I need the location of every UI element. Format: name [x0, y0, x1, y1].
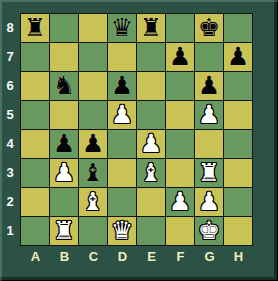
- square-e4[interactable]: ♟: [137, 130, 165, 158]
- square-g6[interactable]: ♟: [195, 72, 223, 100]
- square-a7[interactable]: [21, 43, 49, 71]
- piece-white-pawn: ♟: [111, 101, 133, 129]
- square-f2[interactable]: ♟: [166, 188, 194, 216]
- piece-black-pawn: ♟: [111, 72, 133, 100]
- square-d5[interactable]: ♟: [108, 101, 136, 129]
- square-c5[interactable]: [79, 101, 107, 129]
- piece-black-pawn: ♟: [53, 130, 75, 158]
- square-c6[interactable]: [79, 72, 107, 100]
- file-labels: ABCDEFGH: [21, 249, 253, 264]
- piece-black-pawn: ♟: [227, 43, 249, 71]
- square-b6[interactable]: ♞: [50, 72, 78, 100]
- square-b7[interactable]: [50, 43, 78, 71]
- square-e5[interactable]: [137, 101, 165, 129]
- square-g5[interactable]: ♟: [195, 101, 223, 129]
- square-g4[interactable]: [195, 130, 223, 158]
- square-b8[interactable]: [50, 14, 78, 42]
- square-d3[interactable]: [108, 159, 136, 187]
- square-a8[interactable]: ♜: [21, 14, 49, 42]
- file-label-d: D: [108, 249, 137, 264]
- file-label-g: G: [195, 249, 224, 264]
- square-a1[interactable]: [21, 217, 49, 245]
- piece-black-pawn: ♟: [169, 43, 191, 71]
- square-c2[interactable]: ♝: [79, 188, 107, 216]
- square-f5[interactable]: [166, 101, 194, 129]
- square-g2[interactable]: ♟: [195, 188, 223, 216]
- piece-black-rook: ♜: [140, 14, 162, 42]
- file-label-h: H: [224, 249, 253, 264]
- square-c8[interactable]: [79, 14, 107, 42]
- square-g7[interactable]: [195, 43, 223, 71]
- square-a4[interactable]: [21, 130, 49, 158]
- piece-white-queen: ♛: [111, 217, 133, 245]
- piece-black-rook: ♜: [24, 14, 46, 42]
- square-b2[interactable]: [50, 188, 78, 216]
- piece-white-pawn: ♟: [198, 188, 220, 216]
- square-f1[interactable]: [166, 217, 194, 245]
- file-label-f: F: [166, 249, 195, 264]
- square-c4[interactable]: ♟: [79, 130, 107, 158]
- square-g1[interactable]: ♚: [195, 217, 223, 245]
- square-h4[interactable]: [224, 130, 252, 158]
- piece-white-bishop: ♝: [140, 159, 162, 187]
- piece-white-rook: ♜: [53, 217, 75, 245]
- piece-white-pawn: ♟: [140, 130, 162, 158]
- chess-board: ♜♛♜♚♟♟♞♟♟♟♟♟♟♟♟♝♝♜♝♟♟♜♛♚: [20, 13, 253, 246]
- square-h2[interactable]: [224, 188, 252, 216]
- square-a3[interactable]: [21, 159, 49, 187]
- file-label-a: A: [21, 249, 50, 264]
- square-b5[interactable]: [50, 101, 78, 129]
- board-area: 87654321 ♜♛♜♚♟♟♞♟♟♟♟♟♟♟♟♝♝♜♝♟♟♜♛♚: [0, 13, 253, 246]
- rank-label-7: 7: [0, 42, 20, 71]
- piece-black-pawn: ♟: [82, 130, 104, 158]
- square-d2[interactable]: [108, 188, 136, 216]
- piece-black-king: ♚: [198, 14, 220, 42]
- piece-white-rook: ♜: [198, 159, 220, 187]
- piece-white-bishop: ♝: [82, 188, 104, 216]
- piece-white-pawn: ♟: [53, 159, 75, 187]
- square-d4[interactable]: [108, 130, 136, 158]
- square-f4[interactable]: [166, 130, 194, 158]
- square-h7[interactable]: ♟: [224, 43, 252, 71]
- square-e3[interactable]: ♝: [137, 159, 165, 187]
- piece-white-king: ♚: [198, 217, 220, 245]
- square-e8[interactable]: ♜: [137, 14, 165, 42]
- square-d1[interactable]: ♛: [108, 217, 136, 245]
- square-h6[interactable]: [224, 72, 252, 100]
- square-g3[interactable]: ♜: [195, 159, 223, 187]
- square-e1[interactable]: [137, 217, 165, 245]
- square-b4[interactable]: ♟: [50, 130, 78, 158]
- square-a6[interactable]: [21, 72, 49, 100]
- square-h5[interactable]: [224, 101, 252, 129]
- square-d6[interactable]: ♟: [108, 72, 136, 100]
- square-f3[interactable]: [166, 159, 194, 187]
- file-label-c: C: [79, 249, 108, 264]
- rank-label-6: 6: [0, 71, 20, 100]
- square-d7[interactable]: [108, 43, 136, 71]
- file-label-e: E: [137, 249, 166, 264]
- rank-label-2: 2: [0, 187, 20, 216]
- square-h1[interactable]: [224, 217, 252, 245]
- square-f6[interactable]: [166, 72, 194, 100]
- rank-labels: 87654321: [0, 13, 20, 245]
- file-label-b: B: [50, 249, 79, 264]
- square-e6[interactable]: [137, 72, 165, 100]
- square-g8[interactable]: ♚: [195, 14, 223, 42]
- square-f8[interactable]: [166, 14, 194, 42]
- rank-label-5: 5: [0, 100, 20, 129]
- square-b3[interactable]: ♟: [50, 159, 78, 187]
- square-a2[interactable]: [21, 188, 49, 216]
- piece-white-pawn: ♟: [198, 101, 220, 129]
- piece-white-pawn: ♟: [169, 188, 191, 216]
- square-h3[interactable]: [224, 159, 252, 187]
- square-a5[interactable]: [21, 101, 49, 129]
- rank-label-1: 1: [0, 216, 20, 245]
- square-e7[interactable]: [137, 43, 165, 71]
- rank-label-3: 3: [0, 158, 20, 187]
- piece-black-bishop: ♝: [82, 159, 104, 187]
- piece-black-knight: ♞: [53, 72, 75, 100]
- square-c3[interactable]: ♝: [79, 159, 107, 187]
- square-d8[interactable]: ♛: [108, 14, 136, 42]
- square-c1[interactable]: [79, 217, 107, 245]
- rank-label-4: 4: [0, 129, 20, 158]
- square-h8[interactable]: [224, 14, 252, 42]
- piece-black-queen: ♛: [111, 14, 133, 42]
- square-c7[interactable]: [79, 43, 107, 71]
- piece-black-pawn: ♟: [198, 72, 220, 100]
- chess-app-window: 87654321 ♜♛♜♚♟♟♞♟♟♟♟♟♟♟♟♝♝♜♝♟♟♜♛♚ ABCDEF…: [0, 0, 278, 281]
- rank-label-8: 8: [0, 13, 20, 42]
- square-b1[interactable]: ♜: [50, 217, 78, 245]
- square-f7[interactable]: ♟: [166, 43, 194, 71]
- square-e2[interactable]: [137, 188, 165, 216]
